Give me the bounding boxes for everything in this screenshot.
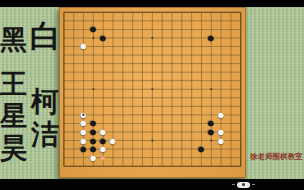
board-cell	[98, 76, 108, 85]
board-cell	[59, 8, 69, 17]
board-cell	[127, 94, 137, 103]
board-cell	[118, 153, 128, 162]
board-cell	[98, 59, 108, 68]
board-cell	[147, 136, 157, 145]
board-cell	[127, 8, 137, 17]
board-cell	[108, 17, 118, 26]
board-cell: ✕	[98, 153, 108, 162]
board-cell	[59, 17, 69, 26]
board-cell: ●	[88, 25, 98, 34]
board-cell	[59, 51, 69, 60]
board-cell	[59, 25, 69, 34]
board-cell	[216, 51, 226, 60]
board-cell: ●	[206, 119, 216, 128]
board-cell	[157, 145, 167, 154]
board-cell	[167, 111, 177, 120]
board-cell	[206, 85, 216, 94]
video-frame: 黑 白 王星昊 柯洁 ●●●●●●●●●●●●●●●●●●●●●●●●●✕ 徐老…	[0, 0, 304, 190]
board-cell	[127, 42, 137, 51]
board-cell	[88, 8, 98, 17]
board-cell	[88, 68, 98, 77]
board-cell: ●	[206, 128, 216, 137]
board-cell	[186, 76, 196, 85]
board-cell	[78, 85, 88, 94]
board-cell	[206, 25, 216, 34]
board-cell	[137, 128, 147, 137]
board-cell	[235, 136, 245, 145]
board-cell	[186, 102, 196, 111]
board-cell	[167, 25, 177, 34]
board-cell	[68, 34, 78, 43]
board-cell	[68, 25, 78, 34]
board-cell	[196, 119, 206, 128]
board-cell	[88, 162, 98, 171]
board-cell	[206, 102, 216, 111]
board-cell	[137, 25, 147, 34]
board-cell	[177, 119, 187, 128]
board-cell: ●	[78, 145, 88, 154]
board-cell	[98, 111, 108, 120]
last-move-marker: ●	[82, 112, 85, 117]
board-cell	[88, 76, 98, 85]
board-cell	[98, 102, 108, 111]
board-cell	[147, 119, 157, 128]
board-cell	[186, 119, 196, 128]
board-cell	[98, 94, 108, 103]
board-cell	[59, 111, 69, 120]
board-cell	[157, 102, 167, 111]
board-cell	[167, 42, 177, 51]
black-player-label: 黑	[0, 27, 27, 54]
board-cell	[127, 25, 137, 34]
board-cell: ●	[98, 145, 108, 154]
board-cell	[196, 34, 206, 43]
board-cell	[167, 136, 177, 145]
board-cell	[226, 17, 236, 26]
board-cell	[59, 68, 69, 77]
board-cell	[68, 128, 78, 137]
board-cell: ●	[78, 128, 88, 137]
board-cell	[216, 102, 226, 111]
board-cell	[177, 111, 187, 120]
board-cell	[59, 85, 69, 94]
board-cell	[127, 51, 137, 60]
board-cell	[118, 51, 128, 60]
board-cell	[59, 128, 69, 137]
board-cell	[78, 162, 88, 171]
board-cell: ●	[98, 34, 108, 43]
board-cell	[68, 85, 78, 94]
board-cell	[167, 85, 177, 94]
board-cell	[98, 68, 108, 77]
board-cell	[59, 102, 69, 111]
board-cell	[108, 145, 118, 154]
board-cell	[108, 76, 118, 85]
board-cell	[216, 42, 226, 51]
board-cell	[167, 119, 177, 128]
board-cell	[206, 136, 216, 145]
board-cell	[186, 111, 196, 120]
board-cell	[186, 25, 196, 34]
board-cell	[226, 76, 236, 85]
board-cell	[68, 68, 78, 77]
board-cell	[147, 34, 157, 43]
board-cell	[186, 8, 196, 17]
board-cell	[235, 153, 245, 162]
board-cell	[226, 8, 236, 17]
board-cell	[235, 94, 245, 103]
board-cell	[177, 102, 187, 111]
board-cell	[98, 119, 108, 128]
board-cell	[108, 25, 118, 34]
board-cell	[235, 145, 245, 154]
board-cell	[235, 162, 245, 171]
board-cell	[206, 68, 216, 77]
board-cell	[235, 111, 245, 120]
board-cell	[206, 145, 216, 154]
board-cell	[78, 25, 88, 34]
board-cell: ●	[108, 136, 118, 145]
board-cell	[167, 59, 177, 68]
board-cell	[177, 17, 187, 26]
board-cell	[216, 85, 226, 94]
board-cell	[137, 42, 147, 51]
board-cell	[59, 76, 69, 85]
board-cell	[177, 153, 187, 162]
board-cell	[196, 17, 206, 26]
board-cell	[167, 17, 177, 26]
board-cell	[147, 42, 157, 51]
board-cell	[226, 128, 236, 137]
board-cell: ●	[216, 128, 226, 137]
board-cell	[78, 51, 88, 60]
board-cell	[206, 94, 216, 103]
board-cell: ●	[206, 34, 216, 43]
board-cell	[177, 85, 187, 94]
board-cell	[78, 8, 88, 17]
board-cell	[147, 59, 157, 68]
board-cell	[177, 59, 187, 68]
board-cell	[157, 136, 167, 145]
board-cell	[235, 68, 245, 77]
board-cell	[68, 8, 78, 17]
board-cell	[118, 17, 128, 26]
board-cell	[167, 34, 177, 43]
board-cell	[177, 42, 187, 51]
danmaku-toggle[interactable]	[237, 182, 250, 188]
board-cell	[108, 153, 118, 162]
board-cell	[157, 51, 167, 60]
board-cell	[127, 85, 137, 94]
board-cell: ●	[98, 128, 108, 137]
board-cell: ●	[216, 111, 226, 120]
board-cell	[167, 145, 177, 154]
board-cell	[177, 34, 187, 43]
board-cell	[226, 68, 236, 77]
board-cell	[98, 17, 108, 26]
board-cell	[137, 76, 147, 85]
board-cell	[127, 145, 137, 154]
board-cell	[59, 94, 69, 103]
board-cell: ●	[88, 128, 98, 137]
board-cell	[78, 59, 88, 68]
board-cell	[186, 128, 196, 137]
board-cell	[147, 8, 157, 17]
board-cell	[206, 17, 216, 26]
board-cell	[78, 94, 88, 103]
board-cell	[216, 25, 226, 34]
board-cell	[68, 59, 78, 68]
board-cell	[216, 145, 226, 154]
board-cell	[68, 111, 78, 120]
board-cell	[226, 42, 236, 51]
board-cell	[216, 153, 226, 162]
board-cell	[157, 68, 167, 77]
board-cell	[177, 128, 187, 137]
board-cell	[108, 119, 118, 128]
board-cell	[157, 162, 167, 171]
board-cell	[127, 136, 137, 145]
board-cell: ●	[88, 153, 98, 162]
board-cell	[147, 153, 157, 162]
board-cell	[108, 85, 118, 94]
board-cell	[59, 119, 69, 128]
board-cell	[68, 119, 78, 128]
board-cell	[216, 68, 226, 77]
board-cell	[177, 8, 187, 17]
board-cell	[88, 94, 98, 103]
board-cell	[235, 59, 245, 68]
board-cell	[78, 102, 88, 111]
board-cell	[127, 76, 137, 85]
board-cell	[118, 94, 128, 103]
board-cell	[186, 153, 196, 162]
board-cell	[68, 42, 78, 51]
board-cell	[78, 17, 88, 26]
player-tick-icon	[252, 184, 255, 186]
board-cell	[68, 162, 78, 171]
board-cell	[226, 25, 236, 34]
board-cell	[137, 59, 147, 68]
board-cell	[226, 94, 236, 103]
board-cell	[88, 85, 98, 94]
board-cell	[147, 25, 157, 34]
board-cell	[206, 59, 216, 68]
board-cell	[157, 153, 167, 162]
board-cell	[118, 119, 128, 128]
board-cell	[216, 162, 226, 171]
board-cell	[78, 153, 88, 162]
board-cell	[235, 8, 245, 17]
board-cell	[137, 153, 147, 162]
board-cell	[177, 51, 187, 60]
board-cell	[108, 68, 118, 77]
board-cell	[147, 128, 157, 137]
board-cell: ●	[78, 136, 88, 145]
board-cell	[137, 111, 147, 120]
board-cell	[59, 145, 69, 154]
board-cell	[226, 162, 236, 171]
board-cell	[68, 76, 78, 85]
board-cell	[235, 102, 245, 111]
board-cell	[196, 111, 206, 120]
board-cell	[235, 17, 245, 26]
board-cell	[235, 25, 245, 34]
board-cell	[118, 162, 128, 171]
go-board: ●●●●●●●●●●●●●●●●●●●●●●●●●✕	[59, 7, 246, 178]
board-cell	[206, 51, 216, 60]
board-cell	[88, 59, 98, 68]
board-cell	[68, 102, 78, 111]
board-cell	[186, 94, 196, 103]
board-cell	[137, 162, 147, 171]
board-cell	[206, 76, 216, 85]
board-cell	[177, 94, 187, 103]
board-cell	[186, 68, 196, 77]
board-cell	[137, 85, 147, 94]
board-cell	[108, 94, 118, 103]
board-cell	[147, 145, 157, 154]
board-cell	[127, 17, 137, 26]
board-cell	[235, 51, 245, 60]
board-cell	[137, 136, 147, 145]
board-cell	[108, 128, 118, 137]
board-cell	[147, 76, 157, 85]
board-cell	[98, 8, 108, 17]
board-cell	[88, 102, 98, 111]
board-cell	[216, 76, 226, 85]
board-cell	[147, 17, 157, 26]
board-cell	[167, 51, 177, 60]
board-cell	[127, 128, 137, 137]
board-cell	[157, 59, 167, 68]
board-cell	[186, 162, 196, 171]
annotation-mark: ✕	[101, 155, 105, 160]
video-player-bar[interactable]	[0, 179, 304, 190]
board-cell	[98, 85, 108, 94]
board-cell	[157, 119, 167, 128]
board-cell	[226, 119, 236, 128]
board-cell	[118, 111, 128, 120]
board-cell	[226, 153, 236, 162]
board-cell	[206, 111, 216, 120]
player-controls	[232, 181, 255, 188]
board-cell	[137, 102, 147, 111]
board-cell	[196, 85, 206, 94]
board-cell	[118, 102, 128, 111]
board-cell	[186, 17, 196, 26]
board-cell	[137, 51, 147, 60]
board-cell	[196, 51, 206, 60]
board-cell	[88, 111, 98, 120]
board-cell	[118, 145, 128, 154]
board-cell	[157, 111, 167, 120]
board-cell	[167, 94, 177, 103]
board-cell	[186, 42, 196, 51]
board-cell	[196, 25, 206, 34]
board-cell	[167, 153, 177, 162]
board-cell	[118, 34, 128, 43]
board-cell	[137, 68, 147, 77]
white-player-label: 白	[30, 21, 61, 52]
board-cell	[235, 76, 245, 85]
black-player-name: 王星昊	[0, 69, 29, 165]
board-cell	[186, 136, 196, 145]
board-cell: ●	[88, 145, 98, 154]
board-cell	[235, 119, 245, 128]
board-cell	[98, 162, 108, 171]
board-cell	[226, 145, 236, 154]
board-cell	[127, 34, 137, 43]
board-cell	[108, 59, 118, 68]
board-cell	[235, 85, 245, 94]
board-cell	[167, 68, 177, 77]
board-cell	[98, 42, 108, 51]
board-cell	[196, 94, 206, 103]
board-cell	[186, 145, 196, 154]
board-cell	[118, 76, 128, 85]
board-cell	[196, 76, 206, 85]
board-cell: ●	[78, 42, 88, 51]
white-player-name: 柯洁	[31, 85, 61, 151]
board-cell	[157, 128, 167, 137]
board-cell	[137, 94, 147, 103]
board-cell	[157, 17, 167, 26]
board-cell	[98, 51, 108, 60]
board-cell	[118, 42, 128, 51]
board-cell	[226, 111, 236, 120]
board-cell	[137, 17, 147, 26]
board-cell	[68, 145, 78, 154]
board-cell	[68, 94, 78, 103]
board-cell	[108, 111, 118, 120]
board-cell	[157, 76, 167, 85]
board-cell	[137, 119, 147, 128]
board-cell	[226, 51, 236, 60]
board-cell	[127, 119, 137, 128]
board-cell	[147, 102, 157, 111]
board-cell	[118, 136, 128, 145]
board-cell	[226, 85, 236, 94]
board-cell	[59, 34, 69, 43]
board-cell	[98, 25, 108, 34]
board-cell	[177, 136, 187, 145]
board-cell	[157, 25, 167, 34]
board-cell	[118, 85, 128, 94]
board-cell	[186, 34, 196, 43]
board-cell: ●●	[78, 111, 88, 120]
board-cell	[216, 17, 226, 26]
board-cell	[167, 128, 177, 137]
board-cell	[118, 68, 128, 77]
board-cell	[68, 153, 78, 162]
board-cell	[127, 59, 137, 68]
board-cell	[88, 17, 98, 26]
board-cell	[59, 59, 69, 68]
board-cell	[118, 25, 128, 34]
board-cell	[186, 59, 196, 68]
board-cell	[216, 59, 226, 68]
board-cell	[167, 162, 177, 171]
board-cell	[216, 119, 226, 128]
board-cell	[235, 34, 245, 43]
board-cell	[167, 8, 177, 17]
board-cell	[127, 153, 137, 162]
board-cell	[206, 8, 216, 17]
board-cell	[59, 136, 69, 145]
board-cell	[108, 51, 118, 60]
board-cell	[127, 102, 137, 111]
